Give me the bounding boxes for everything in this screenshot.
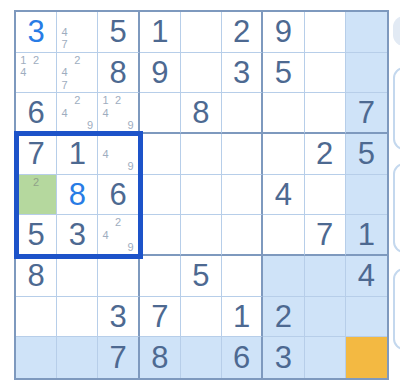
- cell-r5c6[interactable]: [222, 175, 263, 216]
- pencil-marks-r6c3: 249: [99, 216, 136, 253]
- given-digit-r6c2: 3: [57, 215, 97, 254]
- cell-r4c5[interactable]: [181, 134, 222, 175]
- cell-r4c8[interactable]: 2: [305, 134, 346, 175]
- cell-r4c2[interactable]: 1: [57, 134, 98, 175]
- given-digit-r9c3: 7: [98, 337, 137, 378]
- cell-r5c2[interactable]: 8: [57, 175, 98, 216]
- given-digit-r3c5: 8: [181, 93, 221, 132]
- cell-r7c7[interactable]: [263, 256, 304, 297]
- cell-r8c1[interactable]: [16, 297, 57, 338]
- given-digit-r4c2: 1: [57, 134, 97, 174]
- cell-r6c7[interactable]: [263, 215, 304, 256]
- side-button-peek-2[interactable]: [393, 67, 400, 150]
- pencil-marks-r2c2: 247: [58, 54, 96, 92]
- cell-r7c3[interactable]: [98, 256, 139, 297]
- cell-r3c2[interactable]: 249: [57, 93, 98, 134]
- cell-r1c6[interactable]: 2: [222, 12, 263, 53]
- given-digit-r5c7: 4: [263, 175, 303, 215]
- given-digit-r1c4: 1: [140, 12, 180, 52]
- cell-r9c8[interactable]: [305, 337, 346, 378]
- cell-r2c9[interactable]: [346, 53, 387, 94]
- cell-r6c1[interactable]: 5: [16, 215, 57, 256]
- cell-r2c4[interactable]: 9: [140, 53, 181, 94]
- cell-r3c4[interactable]: [140, 93, 181, 134]
- cell-r8c3[interactable]: 3: [98, 297, 139, 338]
- cell-r9c7[interactable]: 3: [263, 337, 304, 378]
- sudoku-board: 3475129124247893562491249877149252864532…: [14, 10, 389, 380]
- cell-r2c8[interactable]: [305, 53, 346, 94]
- given-digit-r2c7: 5: [263, 53, 303, 93]
- cell-r7c6[interactable]: [222, 256, 263, 297]
- cell-r8c2[interactable]: [57, 297, 98, 338]
- cell-r3c1[interactable]: 6: [16, 93, 57, 134]
- user-digit-r5c2: 8: [57, 175, 97, 215]
- sudoku-app: 3475129124247893562491249877149252864532…: [0, 0, 400, 391]
- given-digit-r9c7: 3: [263, 337, 303, 378]
- pencil-marks-r3c2: 249: [58, 94, 96, 131]
- cell-r1c4[interactable]: 1: [140, 12, 181, 53]
- cell-r5c7[interactable]: 4: [263, 175, 304, 216]
- pencil-marks-r1c2: 47: [58, 13, 96, 51]
- user-digit-r1c1: 3: [16, 12, 56, 52]
- cell-r8c5[interactable]: [181, 297, 222, 338]
- cell-r2c5[interactable]: [181, 53, 222, 94]
- cell-r6c2[interactable]: 3: [57, 215, 98, 256]
- cell-r6c6[interactable]: [222, 215, 263, 256]
- cell-r9c3[interactable]: 7: [98, 337, 139, 378]
- side-button-peek-3[interactable]: [393, 163, 400, 253]
- cell-r5c4[interactable]: [140, 175, 181, 216]
- cell-r7c1[interactable]: 8: [16, 256, 57, 297]
- given-digit-r1c7: 9: [263, 12, 303, 52]
- given-digit-r4c1: 7: [16, 134, 56, 174]
- cell-r8c9[interactable]: [346, 297, 387, 338]
- pencil-marks-r4c3: 49: [99, 135, 136, 173]
- cell-r1c5[interactable]: [181, 12, 222, 53]
- cell-r7c4[interactable]: [140, 256, 181, 297]
- cell-r3c8[interactable]: [305, 93, 346, 134]
- cell-r7c9[interactable]: 4: [346, 256, 387, 297]
- cell-r3c5[interactable]: 8: [181, 93, 222, 134]
- cell-r3c9[interactable]: 7: [346, 93, 387, 134]
- given-digit-r4c9: 5: [346, 134, 387, 174]
- cell-r2c7[interactable]: 5: [263, 53, 304, 94]
- cell-r5c9[interactable]: [346, 175, 387, 216]
- cell-r6c3[interactable]: 249: [98, 215, 139, 256]
- given-digit-r1c6: 2: [222, 12, 261, 52]
- cell-r4c7[interactable]: [263, 134, 304, 175]
- cell-r3c3[interactable]: 1249: [98, 93, 139, 134]
- pencil-marks-r3c3: 1249: [99, 94, 136, 131]
- cell-r6c4[interactable]: [140, 215, 181, 256]
- cell-r2c2[interactable]: 247: [57, 53, 98, 94]
- given-digit-r6c9: 1: [346, 215, 387, 254]
- cell-r9c1[interactable]: [16, 337, 57, 378]
- cell-r2c1[interactable]: 124: [16, 53, 57, 94]
- given-digit-r7c1: 8: [16, 256, 56, 296]
- given-digit-r6c8: 7: [305, 215, 345, 254]
- given-digit-r8c4: 7: [140, 297, 180, 337]
- given-digit-r8c3: 3: [98, 297, 137, 337]
- cell-r8c8[interactable]: [305, 297, 346, 338]
- cell-r4c1[interactable]: 7: [16, 134, 57, 175]
- given-digit-r9c4: 8: [140, 337, 180, 378]
- cell-r5c5[interactable]: [181, 175, 222, 216]
- cell-r1c3[interactable]: 5: [98, 12, 139, 53]
- cell-r4c3[interactable]: 49: [98, 134, 139, 175]
- given-digit-r3c1: 6: [16, 93, 56, 132]
- cell-r7c5[interactable]: 5: [181, 256, 222, 297]
- pencil-marks-r5c1: 2: [17, 176, 55, 214]
- cell-r5c8[interactable]: [305, 175, 346, 216]
- given-digit-r9c6: 6: [222, 337, 261, 378]
- pencil-marks-r2c1: 124: [17, 54, 55, 92]
- given-digit-r3c9: 7: [346, 93, 387, 132]
- cell-r9c2[interactable]: [57, 337, 98, 378]
- cell-r3c6[interactable]: [222, 93, 263, 134]
- given-digit-r6c1: 5: [16, 215, 56, 254]
- cell-r9c6[interactable]: 6: [222, 337, 263, 378]
- cell-r1c1[interactable]: 3: [16, 12, 57, 53]
- given-digit-r8c7: 2: [263, 297, 303, 337]
- cell-r1c2[interactable]: 47: [57, 12, 98, 53]
- cell-r1c8[interactable]: [305, 12, 346, 53]
- given-digit-r1c3: 5: [98, 12, 137, 52]
- cell-r4c6[interactable]: [222, 134, 263, 175]
- cell-r2c6[interactable]: 3: [222, 53, 263, 94]
- cell-r4c4[interactable]: [140, 134, 181, 175]
- cell-r6c9[interactable]: 1: [346, 215, 387, 256]
- given-digit-r2c6: 3: [222, 53, 261, 93]
- given-digit-r2c3: 8: [98, 53, 137, 93]
- cell-r2c3[interactable]: 8: [98, 53, 139, 94]
- cell-r7c2[interactable]: [57, 256, 98, 297]
- cell-r8c4[interactable]: 7: [140, 297, 181, 338]
- cell-r8c6[interactable]: 1: [222, 297, 263, 338]
- cell-r9c5[interactable]: [181, 337, 222, 378]
- cell-r9c9[interactable]: [346, 337, 387, 378]
- cell-r6c5[interactable]: [181, 215, 222, 256]
- given-digit-r8c6: 1: [222, 297, 261, 337]
- cell-r1c7[interactable]: 9: [263, 12, 304, 53]
- cell-r5c3[interactable]: 6: [98, 175, 139, 216]
- given-digit-r4c8: 2: [305, 134, 345, 174]
- side-panel-peek: [392, 0, 400, 391]
- given-digit-r5c3: 6: [98, 175, 137, 215]
- cell-r3c7[interactable]: [263, 93, 304, 134]
- cell-r8c7[interactable]: 2: [263, 297, 304, 338]
- cell-r6c8[interactable]: 7: [305, 215, 346, 256]
- cell-r9c4[interactable]: 8: [140, 337, 181, 378]
- cell-r4c9[interactable]: 5: [346, 134, 387, 175]
- side-button-peek-4[interactable]: [393, 268, 400, 350]
- cell-r1c9[interactable]: [346, 12, 387, 53]
- cell-r5c1[interactable]: 2: [16, 175, 57, 216]
- side-button-peek-1[interactable]: [393, 16, 400, 46]
- given-digit-r7c5: 5: [181, 256, 221, 296]
- sudoku-grid: 3475129124247893562491249877149252864532…: [16, 12, 387, 378]
- given-digit-r2c4: 9: [140, 53, 180, 93]
- cell-r7c8[interactable]: [305, 256, 346, 297]
- given-digit-r7c9: 4: [346, 256, 387, 296]
